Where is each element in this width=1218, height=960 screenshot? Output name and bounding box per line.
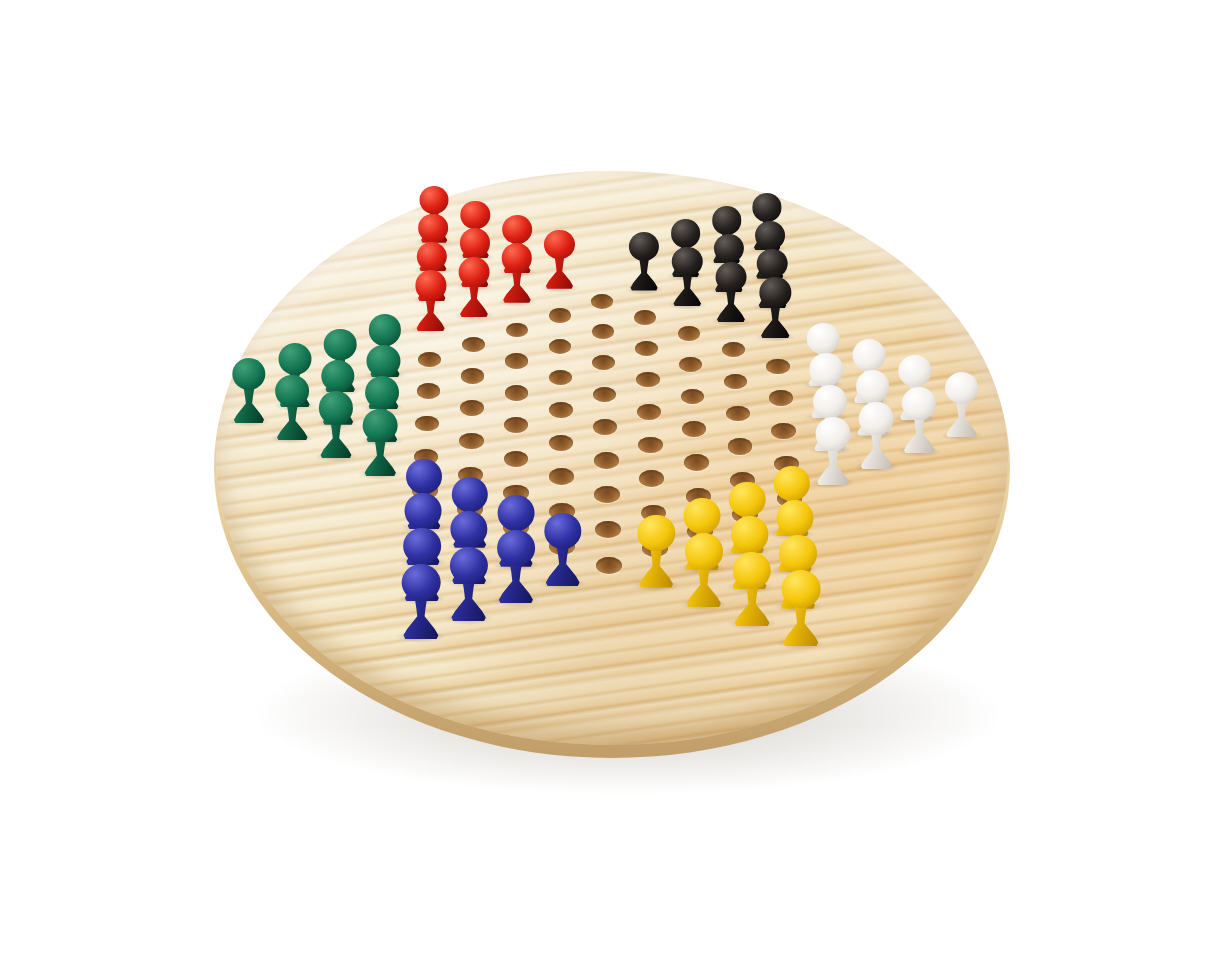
board-hole[interactable]	[635, 341, 658, 356]
peg-head-yellow	[729, 482, 766, 518]
peg-head-black	[755, 221, 785, 250]
peg-white[interactable]	[859, 402, 894, 469]
peg-head-white	[852, 339, 885, 371]
board-hole[interactable]	[592, 355, 615, 370]
board-hole[interactable]	[594, 486, 619, 503]
peg-yellow[interactable]	[638, 515, 675, 588]
peg-head-black	[672, 247, 703, 277]
peg-head-blue	[406, 459, 442, 494]
board-hole[interactable]	[771, 423, 795, 439]
board-hole[interactable]	[549, 339, 572, 354]
peg-head-yellow	[637, 515, 674, 551]
peg-head-green	[278, 343, 311, 375]
board-hole[interactable]	[591, 294, 613, 309]
peg-blue[interactable]	[497, 530, 535, 604]
peg-head-yellow	[776, 500, 813, 536]
board-hole[interactable]	[415, 416, 439, 432]
board-hole[interactable]	[722, 342, 745, 357]
peg-head-red	[461, 201, 490, 230]
peg-black[interactable]	[672, 247, 703, 307]
peg-red[interactable]	[415, 270, 446, 331]
peg-head-black	[714, 234, 744, 263]
peg-head-blue	[497, 495, 534, 531]
peg-head-white	[810, 353, 843, 385]
peg-black[interactable]	[760, 277, 791, 338]
board-hole[interactable]	[592, 324, 615, 339]
peg-white[interactable]	[945, 372, 979, 438]
peg-head-yellow	[779, 535, 817, 572]
board-hole[interactable]	[684, 454, 709, 470]
board-hole[interactable]	[724, 374, 747, 390]
peg-head-black	[712, 206, 742, 235]
peg-red[interactable]	[502, 243, 533, 302]
peg-head-blue	[450, 547, 488, 584]
peg-head-blue	[497, 530, 535, 567]
board-hole[interactable]	[679, 357, 702, 372]
board-hole[interactable]	[593, 387, 617, 403]
board-hole[interactable]	[769, 390, 793, 406]
peg-head-green	[319, 391, 353, 424]
board-hole[interactable]	[504, 417, 528, 433]
board-hole[interactable]	[459, 433, 483, 449]
peg-head-red	[417, 242, 447, 271]
board-hole[interactable]	[549, 468, 574, 485]
peg-head-black	[760, 277, 791, 307]
peg-head-green	[367, 345, 400, 377]
peg-head-white	[859, 402, 894, 435]
peg-green[interactable]	[363, 409, 398, 477]
peg-head-white	[856, 370, 890, 403]
peg-head-red	[415, 270, 446, 300]
peg-head-white	[902, 387, 936, 420]
peg-green[interactable]	[275, 375, 309, 441]
peg-head-green	[369, 314, 401, 345]
peg-head-green	[365, 376, 399, 409]
board-hole[interactable]	[505, 385, 529, 401]
peg-red[interactable]	[544, 230, 574, 289]
peg-blue[interactable]	[450, 547, 488, 622]
peg-head-blue	[404, 493, 441, 529]
board-hole[interactable]	[505, 353, 528, 368]
board-hole[interactable]	[549, 370, 572, 385]
board-hole[interactable]	[728, 438, 753, 454]
peg-green[interactable]	[319, 391, 353, 458]
peg-head-white	[813, 385, 847, 418]
peg-head-white	[945, 372, 979, 405]
peg-head-yellow	[731, 516, 768, 552]
peg-head-red	[502, 215, 532, 244]
board-hole[interactable]	[638, 437, 663, 453]
board-hole[interactable]	[506, 323, 529, 338]
board-hole[interactable]	[637, 404, 661, 420]
peg-head-green	[232, 358, 265, 390]
peg-head-white	[816, 417, 851, 451]
peg-white[interactable]	[902, 387, 936, 454]
peg-head-red	[459, 257, 490, 287]
peg-head-yellow	[733, 552, 771, 589]
board-hole[interactable]	[636, 372, 659, 387]
peg-head-red	[418, 214, 448, 243]
board-hole[interactable]	[417, 383, 441, 399]
board-hole[interactable]	[549, 402, 573, 418]
peg-black[interactable]	[716, 262, 747, 322]
peg-red[interactable]	[459, 257, 490, 317]
peg-yellow[interactable]	[733, 552, 771, 627]
peg-black[interactable]	[629, 232, 659, 291]
peg-head-blue	[450, 511, 487, 547]
board-hole[interactable]	[462, 337, 485, 352]
peg-head-black	[671, 219, 701, 248]
peg-head-black	[753, 193, 782, 221]
board-hole[interactable]	[682, 421, 706, 437]
product-photo-stage	[0, 0, 1218, 960]
peg-head-black	[715, 262, 746, 292]
peg-head-black	[757, 249, 788, 279]
peg-green[interactable]	[232, 358, 265, 423]
peg-head-white	[898, 355, 931, 387]
board-hole[interactable]	[639, 470, 664, 487]
peg-head-yellow	[684, 498, 721, 534]
board-hole[interactable]	[504, 451, 529, 467]
peg-head-green	[321, 360, 354, 392]
board-hole[interactable]	[593, 419, 617, 435]
board-hole[interactable]	[634, 310, 656, 325]
peg-blue[interactable]	[544, 513, 581, 586]
peg-yellow[interactable]	[781, 570, 820, 646]
peg-head-blue	[402, 564, 441, 602]
board-hole[interactable]	[461, 368, 484, 383]
board-hole[interactable]	[766, 359, 789, 374]
peg-head-blue	[451, 477, 487, 512]
peg-head-green	[363, 409, 398, 443]
board-hole[interactable]	[460, 400, 484, 416]
peg-head-red	[544, 230, 574, 259]
board-hole[interactable]	[681, 389, 705, 405]
peg-head-red	[420, 186, 449, 214]
peg-head-yellow	[781, 570, 820, 608]
peg-blue[interactable]	[402, 564, 441, 639]
board-hole[interactable]	[594, 452, 619, 468]
peg-head-yellow	[774, 466, 810, 501]
peg-yellow[interactable]	[685, 533, 723, 607]
peg-white[interactable]	[816, 417, 851, 485]
board-hole[interactable]	[595, 521, 621, 538]
board-hole[interactable]	[596, 557, 623, 575]
piece-layer	[0, 0, 1218, 960]
peg-head-blue	[544, 513, 581, 549]
board-hole[interactable]	[678, 326, 701, 341]
peg-head-green	[324, 329, 357, 361]
peg-head-white	[807, 323, 840, 355]
peg-head-green	[275, 375, 309, 408]
peg-head-red	[460, 228, 490, 257]
peg-head-red	[502, 243, 533, 273]
peg-head-blue	[403, 528, 441, 565]
peg-head-yellow	[685, 533, 723, 570]
peg-head-black	[629, 232, 659, 261]
board-hole[interactable]	[418, 352, 441, 367]
board-hole[interactable]	[549, 308, 571, 323]
board-hole[interactable]	[726, 406, 750, 422]
board-hole[interactable]	[549, 435, 574, 451]
